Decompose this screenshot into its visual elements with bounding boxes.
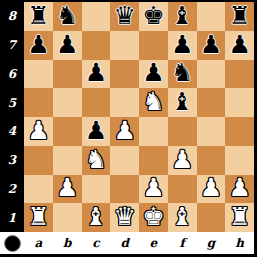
piece-black-bishop[interactable]: ♝: [171, 3, 193, 28]
piece-black-pawn[interactable]: ♟: [228, 32, 250, 57]
square-d3[interactable]: [110, 146, 139, 175]
square-c3[interactable]: ♞: [82, 146, 111, 175]
piece-white-knight[interactable]: ♞: [142, 89, 164, 114]
square-a6[interactable]: [24, 60, 53, 89]
square-b2[interactable]: ♟: [53, 175, 82, 204]
square-b3[interactable]: [53, 146, 82, 175]
piece-black-bishop[interactable]: ♝: [171, 89, 193, 114]
square-b5[interactable]: [53, 88, 82, 117]
square-g7[interactable]: ♟: [197, 31, 226, 60]
square-b6[interactable]: [53, 60, 82, 89]
square-e6[interactable]: ♟: [139, 60, 168, 89]
piece-white-knight[interactable]: ♞: [85, 147, 107, 172]
file-label-h: h: [225, 232, 254, 254]
piece-white-pawn[interactable]: ♟: [228, 175, 250, 200]
square-f5[interactable]: ♝: [168, 88, 197, 117]
square-d2[interactable]: [110, 175, 139, 204]
square-d6[interactable]: [110, 60, 139, 89]
square-h4[interactable]: [225, 117, 254, 146]
piece-white-bishop[interactable]: ♝: [85, 204, 107, 229]
square-h7[interactable]: ♟: [225, 31, 254, 60]
square-b8[interactable]: ♞: [53, 2, 82, 31]
piece-black-rook[interactable]: ♜: [27, 3, 49, 28]
rank-label-8: 8: [0, 2, 24, 31]
piece-black-rook[interactable]: ♜: [228, 3, 250, 28]
rank-label-6: 6: [0, 60, 24, 89]
piece-black-knight[interactable]: ♞: [56, 3, 78, 28]
square-a3[interactable]: [24, 146, 53, 175]
square-c2[interactable]: [82, 175, 111, 204]
square-g1[interactable]: [197, 203, 226, 232]
piece-white-pawn[interactable]: ♟: [171, 147, 193, 172]
square-f7[interactable]: ♟: [168, 31, 197, 60]
square-h6[interactable]: [225, 60, 254, 89]
square-e3[interactable]: [139, 146, 168, 175]
square-c5[interactable]: [82, 88, 111, 117]
square-g3[interactable]: [197, 146, 226, 175]
piece-black-pawn[interactable]: ♟: [56, 32, 78, 57]
rank-label-1: 1: [0, 203, 24, 232]
square-a1[interactable]: ♜: [24, 203, 53, 232]
square-b1[interactable]: [53, 203, 82, 232]
square-b4[interactable]: [53, 117, 82, 146]
rank-label-4: 4: [0, 117, 24, 146]
square-g4[interactable]: [197, 117, 226, 146]
file-label-a: a: [24, 232, 53, 254]
square-e1[interactable]: ♚: [139, 203, 168, 232]
file-label-d: d: [110, 232, 139, 254]
rank-label-2: 2: [0, 175, 24, 204]
piece-white-rook[interactable]: ♜: [27, 204, 49, 229]
turn-indicator-black-to-move-icon: [4, 235, 21, 252]
square-d5[interactable]: [110, 88, 139, 117]
piece-black-pawn[interactable]: ♟: [27, 32, 49, 57]
piece-black-pawn[interactable]: ♟: [85, 118, 107, 143]
square-a2[interactable]: [24, 175, 53, 204]
piece-white-bishop[interactable]: ♝: [171, 204, 193, 229]
square-d1[interactable]: ♛: [110, 203, 139, 232]
file-label-g: g: [197, 232, 226, 254]
square-b7[interactable]: ♟: [53, 31, 82, 60]
square-d4[interactable]: ♟: [110, 117, 139, 146]
square-d7[interactable]: [110, 31, 139, 60]
square-h2[interactable]: ♟: [225, 175, 254, 204]
rank-label-7: 7: [0, 31, 24, 60]
rank-label-3: 3: [0, 146, 24, 175]
piece-black-pawn[interactable]: ♟: [142, 60, 164, 85]
square-g6[interactable]: [197, 60, 226, 89]
square-e7[interactable]: [139, 31, 168, 60]
bottom-label-strip: abcdefgh: [0, 232, 254, 254]
square-h8[interactable]: ♜: [225, 2, 254, 31]
piece-white-pawn[interactable]: ♟: [142, 175, 164, 200]
square-c8[interactable]: [82, 2, 111, 31]
file-labels: abcdefgh: [24, 232, 254, 254]
square-g5[interactable]: [197, 88, 226, 117]
square-a5[interactable]: [24, 88, 53, 117]
square-f4[interactable]: [168, 117, 197, 146]
square-f2[interactable]: [168, 175, 197, 204]
piece-white-queen[interactable]: ♛: [113, 204, 135, 229]
piece-white-pawn[interactable]: ♟: [56, 175, 78, 200]
square-h1[interactable]: ♜: [225, 203, 254, 232]
piece-black-knight[interactable]: ♞: [171, 60, 193, 85]
square-e2[interactable]: ♟: [139, 175, 168, 204]
piece-white-pawn[interactable]: ♟: [200, 175, 222, 200]
rank-labels: 87654321: [0, 2, 24, 232]
square-c4[interactable]: ♟: [82, 117, 111, 146]
piece-white-rook[interactable]: ♜: [228, 204, 250, 229]
piece-black-queen[interactable]: ♛: [113, 3, 135, 28]
square-c1[interactable]: ♝: [82, 203, 111, 232]
file-label-f: f: [168, 232, 197, 254]
square-g2[interactable]: ♟: [197, 175, 226, 204]
square-e4[interactable]: [139, 117, 168, 146]
square-a4[interactable]: ♟: [24, 117, 53, 146]
square-e8[interactable]: ♚: [139, 2, 168, 31]
file-label-b: b: [53, 232, 82, 254]
square-f1[interactable]: ♝: [168, 203, 197, 232]
piece-black-king[interactable]: ♚: [142, 3, 164, 28]
square-a7[interactable]: ♟: [24, 31, 53, 60]
square-c7[interactable]: [82, 31, 111, 60]
square-c6[interactable]: ♟: [82, 60, 111, 89]
square-f3[interactable]: ♟: [168, 146, 197, 175]
board[interactable]: ♜♞♛♚♝♜♟♟♟♟♟♟♟♞♞♝♟♟♟♞♟♟♟♟♟♜♝♛♚♝♜: [24, 2, 254, 232]
square-f6[interactable]: ♞: [168, 60, 197, 89]
square-f8[interactable]: ♝: [168, 2, 197, 31]
file-label-e: e: [139, 232, 168, 254]
square-g8[interactable]: [197, 2, 226, 31]
piece-black-pawn[interactable]: ♟: [200, 32, 222, 57]
square-h3[interactable]: [225, 146, 254, 175]
square-e5[interactable]: ♞: [139, 88, 168, 117]
rank-label-5: 5: [0, 88, 24, 117]
piece-white-pawn[interactable]: ♟: [27, 118, 49, 143]
square-d8[interactable]: ♛: [110, 2, 139, 31]
square-h5[interactable]: [225, 88, 254, 117]
file-label-c: c: [82, 232, 111, 254]
piece-black-pawn[interactable]: ♟: [85, 60, 107, 85]
square-a8[interactable]: ♜: [24, 2, 53, 31]
piece-white-king[interactable]: ♚: [142, 204, 164, 229]
piece-black-pawn[interactable]: ♟: [171, 32, 193, 57]
piece-white-pawn[interactable]: ♟: [113, 118, 135, 143]
chess-board-widget: 87654321 ♜♞♛♚♝♜♟♟♟♟♟♟♟♞♞♝♟♟♟♞♟♟♟♟♟♜♝♛♚♝♜…: [0, 0, 257, 257]
